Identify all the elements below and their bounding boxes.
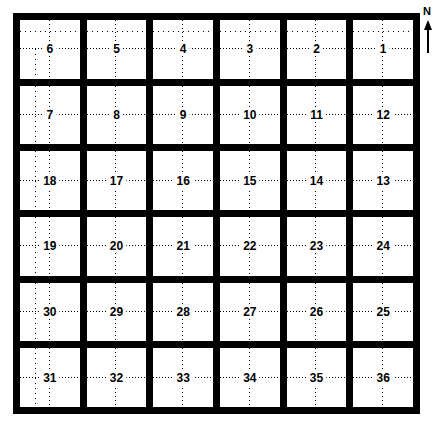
north-lot-line [153, 31, 213, 32]
section-number: 31 [40, 371, 59, 385]
section-number: 33 [173, 371, 192, 385]
section-number: 30 [40, 305, 59, 319]
section-number: 11 [307, 108, 326, 122]
section-cell: 31 [20, 348, 80, 407]
section-cell: 21 [153, 217, 213, 276]
north-lot-line [20, 31, 80, 32]
section-number: 25 [373, 305, 392, 319]
township-grid: 6543217891011121817161514131920212223243… [13, 13, 420, 414]
section-cell: 25 [353, 283, 413, 342]
north-lot-line [353, 31, 413, 32]
section-number: 8 [110, 108, 123, 122]
west-lot-line [35, 283, 36, 342]
north-lot-line [220, 31, 280, 32]
section-number: 36 [373, 371, 392, 385]
section-cell: 29 [87, 283, 147, 342]
section-cell: 1 [353, 20, 413, 79]
section-cell: 23 [287, 217, 347, 276]
section-cell: 20 [87, 217, 147, 276]
section-cell: 18 [20, 151, 80, 210]
section-cell: 36 [353, 348, 413, 407]
section-number: 23 [307, 239, 326, 253]
section-number: 35 [307, 371, 326, 385]
section-number: 3 [243, 42, 256, 56]
section-cell: 24 [353, 217, 413, 276]
section-cell: 22 [220, 217, 280, 276]
west-lot-line [35, 151, 36, 210]
north-lot-line [87, 31, 147, 32]
section-number: 2 [310, 42, 323, 56]
section-number: 6 [43, 42, 56, 56]
section-number: 29 [107, 305, 126, 319]
section-cell: 10 [220, 86, 280, 145]
section-cell: 17 [87, 151, 147, 210]
section-cell: 16 [153, 151, 213, 210]
section-number: 26 [307, 305, 326, 319]
section-cell: 11 [287, 86, 347, 145]
section-cell: 32 [87, 348, 147, 407]
section-cell: 28 [153, 283, 213, 342]
section-number: 18 [40, 174, 59, 188]
section-number: 9 [177, 108, 190, 122]
section-cell: 15 [220, 151, 280, 210]
north-arrow-shaft [427, 28, 429, 53]
section-number: 34 [240, 371, 259, 385]
section-number: 5 [110, 42, 123, 56]
section-number: 21 [173, 239, 192, 253]
section-number: 4 [177, 42, 190, 56]
section-number: 32 [107, 371, 126, 385]
section-cell: 3 [220, 20, 280, 79]
section-cell: 12 [353, 86, 413, 145]
section-number: 7 [43, 108, 56, 122]
section-cell: 4 [153, 20, 213, 79]
section-number: 24 [373, 239, 392, 253]
section-number: 1 [377, 42, 390, 56]
north-compass: N [421, 5, 435, 60]
township-plat-diagram: 6543217891011121817161514131920212223243… [0, 0, 435, 425]
west-lot-line [35, 217, 36, 276]
section-number: 13 [373, 174, 392, 188]
section-cell: 6 [20, 20, 80, 79]
section-cell: 14 [287, 151, 347, 210]
section-number: 12 [373, 108, 392, 122]
section-cell: 13 [353, 151, 413, 210]
section-number: 14 [307, 174, 326, 188]
section-number: 16 [173, 174, 192, 188]
section-cell: 35 [287, 348, 347, 407]
section-cell: 27 [220, 283, 280, 342]
section-number: 20 [107, 239, 126, 253]
section-number: 17 [107, 174, 126, 188]
section-cell: 8 [87, 86, 147, 145]
section-number: 22 [240, 239, 259, 253]
section-cell: 26 [287, 283, 347, 342]
section-number: 28 [173, 305, 192, 319]
section-number: 19 [40, 239, 59, 253]
section-cell: 9 [153, 86, 213, 145]
section-cell: 34 [220, 348, 280, 407]
west-lot-line [35, 348, 36, 407]
section-number: 15 [240, 174, 259, 188]
section-cell: 2 [287, 20, 347, 79]
section-cell: 5 [87, 20, 147, 79]
north-lot-line [287, 31, 347, 32]
north-label: N [423, 5, 431, 18]
section-cell: 33 [153, 348, 213, 407]
section-cell: 7 [20, 86, 80, 145]
section-number: 27 [240, 305, 259, 319]
section-number: 10 [240, 108, 259, 122]
west-lot-line [35, 49, 36, 78]
section-cell: 30 [20, 283, 80, 342]
west-lot-line [35, 86, 36, 145]
section-cell: 19 [20, 217, 80, 276]
